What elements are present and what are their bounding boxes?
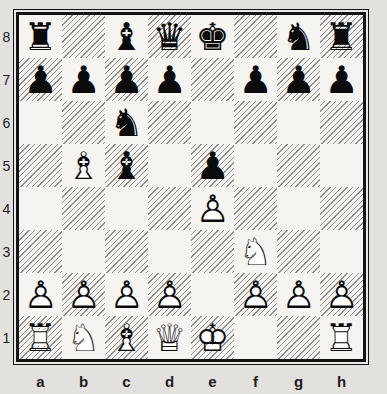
square-b6[interactable] bbox=[62, 101, 105, 144]
chess-board: ♜♝♛♚♞♜♟♟♟♟♟♟♟♞♝♗♝♟♟♙♞♘♟♙♟♙♟♙♟♙♟♙♟♙♟♙♜♖♞♘… bbox=[19, 15, 363, 359]
square-d5[interactable] bbox=[148, 144, 191, 187]
square-d2[interactable]: ♟♙ bbox=[148, 273, 191, 316]
square-c8[interactable]: ♝ bbox=[105, 15, 148, 58]
file-label-c: c bbox=[105, 370, 148, 393]
piece-black-rook: ♜ bbox=[320, 15, 363, 58]
rank-label-4: 4 bbox=[0, 187, 13, 230]
piece-black-pawn: ♟ bbox=[234, 58, 277, 101]
square-f8[interactable] bbox=[234, 15, 277, 58]
file-label-g: g bbox=[277, 370, 320, 393]
piece-white-bishop: ♗ bbox=[105, 316, 148, 359]
rank-label-7: 7 bbox=[0, 58, 13, 101]
square-b8[interactable] bbox=[62, 15, 105, 58]
file-label-a: a bbox=[19, 370, 62, 393]
piece-white-queen: ♕ bbox=[148, 316, 191, 359]
piece-black-queen: ♛ bbox=[148, 15, 191, 58]
piece-white-pawn: ♙ bbox=[277, 273, 320, 316]
square-c4[interactable] bbox=[105, 187, 148, 230]
square-a5[interactable] bbox=[19, 144, 62, 187]
piece-white-pawn: ♙ bbox=[105, 273, 148, 316]
piece-white-king: ♔ bbox=[191, 316, 234, 359]
square-a7[interactable]: ♟ bbox=[19, 58, 62, 101]
file-labels: abcdefgh bbox=[19, 370, 363, 393]
square-e2[interactable] bbox=[191, 273, 234, 316]
piece-white-knight: ♘ bbox=[234, 230, 277, 273]
square-d4[interactable] bbox=[148, 187, 191, 230]
piece-black-pawn: ♟ bbox=[191, 144, 234, 187]
piece-white-knight: ♘ bbox=[62, 316, 105, 359]
square-b7[interactable]: ♟ bbox=[62, 58, 105, 101]
square-d6[interactable] bbox=[148, 101, 191, 144]
rank-label-6: 6 bbox=[0, 101, 13, 144]
square-e7[interactable] bbox=[191, 58, 234, 101]
square-f1[interactable] bbox=[234, 316, 277, 359]
piece-white-rook: ♖ bbox=[19, 316, 62, 359]
square-d7[interactable]: ♟ bbox=[148, 58, 191, 101]
file-label-h: h bbox=[320, 370, 363, 393]
square-d1[interactable]: ♛♕ bbox=[148, 316, 191, 359]
square-a4[interactable] bbox=[19, 187, 62, 230]
square-b1[interactable]: ♞♘ bbox=[62, 316, 105, 359]
piece-black-bishop: ♝ bbox=[105, 15, 148, 58]
square-c1[interactable]: ♝♗ bbox=[105, 316, 148, 359]
square-g7[interactable]: ♟ bbox=[277, 58, 320, 101]
square-b3[interactable] bbox=[62, 230, 105, 273]
square-f7[interactable]: ♟ bbox=[234, 58, 277, 101]
board-frame-inner: ♜♝♛♚♞♜♟♟♟♟♟♟♟♞♝♗♝♟♟♙♞♘♟♙♟♙♟♙♟♙♟♙♟♙♟♙♜♖♞♘… bbox=[16, 12, 366, 362]
file-label-e: e bbox=[191, 370, 234, 393]
piece-black-knight: ♞ bbox=[105, 101, 148, 144]
square-b5[interactable]: ♝♗ bbox=[62, 144, 105, 187]
file-label-d: d bbox=[148, 370, 191, 393]
piece-white-pawn: ♙ bbox=[191, 187, 234, 230]
piece-black-pawn: ♟ bbox=[320, 58, 363, 101]
piece-white-bishop: ♗ bbox=[62, 144, 105, 187]
square-h6[interactable] bbox=[320, 101, 363, 144]
square-g8[interactable]: ♞ bbox=[277, 15, 320, 58]
square-f2[interactable]: ♟♙ bbox=[234, 273, 277, 316]
square-c3[interactable] bbox=[105, 230, 148, 273]
square-a1[interactable]: ♜♖ bbox=[19, 316, 62, 359]
chess-diagram: ♜♝♛♚♞♜♟♟♟♟♟♟♟♞♝♗♝♟♟♙♞♘♟♙♟♙♟♙♟♙♟♙♟♙♟♙♜♖♞♘… bbox=[0, 0, 387, 394]
piece-black-rook: ♜ bbox=[19, 15, 62, 58]
rank-label-5: 5 bbox=[0, 144, 13, 187]
square-h4[interactable] bbox=[320, 187, 363, 230]
square-d3[interactable] bbox=[148, 230, 191, 273]
square-h1[interactable]: ♜♖ bbox=[320, 316, 363, 359]
square-c6[interactable]: ♞ bbox=[105, 101, 148, 144]
piece-black-pawn: ♟ bbox=[62, 58, 105, 101]
square-a2[interactable]: ♟♙ bbox=[19, 273, 62, 316]
square-e8[interactable]: ♚ bbox=[191, 15, 234, 58]
square-g4[interactable] bbox=[277, 187, 320, 230]
piece-black-bishop: ♝ bbox=[105, 144, 148, 187]
piece-white-rook: ♖ bbox=[320, 316, 363, 359]
square-g5[interactable] bbox=[277, 144, 320, 187]
square-f3[interactable]: ♞♘ bbox=[234, 230, 277, 273]
square-e5[interactable]: ♟ bbox=[191, 144, 234, 187]
square-c5[interactable]: ♝ bbox=[105, 144, 148, 187]
piece-black-pawn: ♟ bbox=[19, 58, 62, 101]
square-g1[interactable] bbox=[277, 316, 320, 359]
square-b2[interactable]: ♟♙ bbox=[62, 273, 105, 316]
square-g6[interactable] bbox=[277, 101, 320, 144]
square-g2[interactable]: ♟♙ bbox=[277, 273, 320, 316]
rank-label-1: 1 bbox=[0, 316, 13, 359]
piece-black-knight: ♞ bbox=[277, 15, 320, 58]
square-a8[interactable]: ♜ bbox=[19, 15, 62, 58]
piece-black-pawn: ♟ bbox=[148, 58, 191, 101]
square-a3[interactable] bbox=[19, 230, 62, 273]
piece-white-pawn: ♙ bbox=[234, 273, 277, 316]
square-f5[interactable] bbox=[234, 144, 277, 187]
square-f4[interactable] bbox=[234, 187, 277, 230]
square-h8[interactable]: ♜ bbox=[320, 15, 363, 58]
square-b4[interactable] bbox=[62, 187, 105, 230]
square-h5[interactable] bbox=[320, 144, 363, 187]
square-c7[interactable]: ♟ bbox=[105, 58, 148, 101]
file-label-f: f bbox=[234, 370, 277, 393]
square-e6[interactable] bbox=[191, 101, 234, 144]
piece-white-pawn: ♙ bbox=[148, 273, 191, 316]
square-g3[interactable] bbox=[277, 230, 320, 273]
square-h2[interactable]: ♟♙ bbox=[320, 273, 363, 316]
piece-black-pawn: ♟ bbox=[277, 58, 320, 101]
file-label-b: b bbox=[62, 370, 105, 393]
square-a6[interactable] bbox=[19, 101, 62, 144]
square-h7[interactable]: ♟ bbox=[320, 58, 363, 101]
square-f6[interactable] bbox=[234, 101, 277, 144]
piece-white-pawn: ♙ bbox=[320, 273, 363, 316]
square-e4[interactable]: ♟♙ bbox=[191, 187, 234, 230]
square-d8[interactable]: ♛ bbox=[148, 15, 191, 58]
rank-label-2: 2 bbox=[0, 273, 13, 316]
rank-label-3: 3 bbox=[0, 230, 13, 273]
piece-black-king: ♚ bbox=[191, 15, 234, 58]
piece-black-pawn: ♟ bbox=[105, 58, 148, 101]
board-frame-outer: ♜♝♛♚♞♜♟♟♟♟♟♟♟♞♝♗♝♟♟♙♞♘♟♙♟♙♟♙♟♙♟♙♟♙♟♙♜♖♞♘… bbox=[13, 9, 369, 365]
square-h3[interactable] bbox=[320, 230, 363, 273]
square-e3[interactable] bbox=[191, 230, 234, 273]
piece-white-pawn: ♙ bbox=[62, 273, 105, 316]
piece-white-pawn: ♙ bbox=[19, 273, 62, 316]
rank-labels: 87654321 bbox=[0, 15, 13, 359]
square-c2[interactable]: ♟♙ bbox=[105, 273, 148, 316]
rank-label-8: 8 bbox=[0, 15, 13, 58]
square-e1[interactable]: ♚♔ bbox=[191, 316, 234, 359]
